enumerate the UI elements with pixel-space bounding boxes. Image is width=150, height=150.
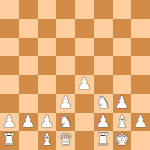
square-h2[interactable]: ♟ [131,113,150,132]
square-e8[interactable] [75,0,94,19]
square-c3[interactable] [38,94,57,113]
square-g3[interactable]: ♟ [113,94,132,113]
square-g5[interactable] [113,56,132,75]
white-pawn: ♟ [21,113,36,130]
square-c8[interactable] [38,0,57,19]
square-a1[interactable]: ♜ [0,131,19,150]
square-a5[interactable] [0,56,19,75]
square-c2[interactable]: ♟ [38,113,57,132]
square-e2[interactable] [75,113,94,132]
square-h3[interactable] [131,94,150,113]
square-h1[interactable] [131,131,150,150]
square-a8[interactable] [0,0,19,19]
square-h5[interactable] [131,56,150,75]
square-d6[interactable] [56,38,75,57]
square-g4[interactable] [113,75,132,94]
white-queen: ♛ [58,132,73,149]
square-b2[interactable]: ♟ [19,113,38,132]
square-h4[interactable] [131,75,150,94]
square-b4[interactable] [19,75,38,94]
square-g8[interactable] [113,0,132,19]
square-f7[interactable] [94,19,113,38]
square-g6[interactable] [113,38,132,57]
square-a3[interactable] [0,94,19,113]
square-h6[interactable] [131,38,150,57]
square-b6[interactable] [19,38,38,57]
square-h8[interactable] [131,0,150,19]
chess-board: ♟♟♞♟♟♟♟♞♟♝♟♜♝♛♜♚ [0,0,150,150]
square-d5[interactable] [56,56,75,75]
white-knight: ♞ [58,113,73,130]
square-a6[interactable] [0,38,19,57]
square-b8[interactable] [19,0,38,19]
white-pawn: ♟ [39,113,54,130]
white-knight: ♞ [96,94,111,111]
square-f3[interactable]: ♞ [94,94,113,113]
square-b3[interactable] [19,94,38,113]
square-e5[interactable] [75,56,94,75]
white-bishop: ♝ [39,132,54,149]
square-b5[interactable] [19,56,38,75]
square-f6[interactable] [94,38,113,57]
square-e4[interactable]: ♟ [75,75,94,94]
white-pawn: ♟ [77,76,92,93]
square-e3[interactable] [75,94,94,113]
square-c7[interactable] [38,19,57,38]
square-e7[interactable] [75,19,94,38]
square-d7[interactable] [56,19,75,38]
square-d8[interactable] [56,0,75,19]
white-pawn: ♟ [114,94,129,111]
square-c1[interactable]: ♝ [38,131,57,150]
square-d3[interactable]: ♟ [56,94,75,113]
white-pawn: ♟ [58,94,73,111]
square-e6[interactable] [75,38,94,57]
white-pawn: ♟ [96,113,111,130]
square-f5[interactable] [94,56,113,75]
square-a2[interactable]: ♟ [0,113,19,132]
white-rook: ♜ [2,132,17,149]
square-g1[interactable]: ♚ [113,131,132,150]
square-d1[interactable]: ♛ [56,131,75,150]
square-g2[interactable]: ♝ [113,113,132,132]
white-pawn: ♟ [133,113,148,130]
square-b1[interactable] [19,131,38,150]
square-f4[interactable] [94,75,113,94]
square-f1[interactable]: ♜ [94,131,113,150]
square-h7[interactable] [131,19,150,38]
square-c5[interactable] [38,56,57,75]
white-pawn: ♟ [2,113,17,130]
square-a7[interactable] [0,19,19,38]
square-b7[interactable] [19,19,38,38]
square-g7[interactable] [113,19,132,38]
square-f8[interactable] [94,0,113,19]
square-e1[interactable] [75,131,94,150]
square-c4[interactable] [38,75,57,94]
square-d4[interactable] [56,75,75,94]
white-bishop: ♝ [114,113,129,130]
square-a4[interactable] [0,75,19,94]
square-d2[interactable]: ♞ [56,113,75,132]
chess-board-container: ♟♟♞♟♟♟♟♞♟♝♟♜♝♛♜♚ [0,0,150,150]
white-king: ♚ [114,132,129,149]
square-f2[interactable]: ♟ [94,113,113,132]
white-rook: ♜ [96,132,111,149]
square-c6[interactable] [38,38,57,57]
